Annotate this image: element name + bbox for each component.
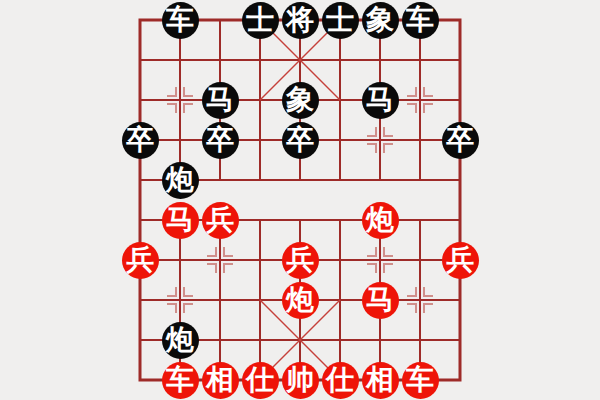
piece-red-cannon[interactable]: 炮 (282, 282, 319, 319)
piece-red-horse[interactable]: 马 (162, 202, 199, 239)
xiangqi-diagram: 车士将士象车马象马卒卒卒卒炮马兵炮兵兵兵炮马炮车相仕帅仕相车 (0, 0, 600, 400)
piece-red-soldier[interactable]: 兵 (202, 202, 239, 239)
piece-black-soldier[interactable]: 卒 (202, 122, 239, 159)
piece-red-cannon[interactable]: 炮 (362, 202, 399, 239)
piece-red-advisor[interactable]: 仕 (242, 362, 279, 399)
piece-black-soldier[interactable]: 卒 (282, 122, 319, 159)
piece-red-elephant[interactable]: 相 (202, 362, 239, 399)
piece-black-cannon[interactable]: 炮 (162, 322, 199, 359)
piece-red-soldier[interactable]: 兵 (442, 242, 479, 279)
piece-red-chariot[interactable]: 车 (402, 362, 439, 399)
xiangqi-board[interactable]: 车士将士象车马象马卒卒卒卒炮马兵炮兵兵兵炮马炮车相仕帅仕相车 (120, 0, 480, 400)
piece-black-horse[interactable]: 马 (202, 82, 239, 119)
piece-red-elephant[interactable]: 相 (362, 362, 399, 399)
piece-black-cannon[interactable]: 炮 (162, 162, 199, 199)
piece-red-horse[interactable]: 马 (362, 282, 399, 319)
piece-red-soldier[interactable]: 兵 (122, 242, 159, 279)
piece-red-advisor[interactable]: 仕 (322, 362, 359, 399)
piece-red-general[interactable]: 帅 (282, 362, 319, 399)
piece-black-soldier[interactable]: 卒 (442, 122, 479, 159)
piece-black-advisor[interactable]: 士 (322, 2, 359, 39)
piece-black-soldier[interactable]: 卒 (122, 122, 159, 159)
piece-black-elephant[interactable]: 象 (282, 82, 319, 119)
piece-red-chariot[interactable]: 车 (162, 362, 199, 399)
piece-black-chariot[interactable]: 车 (162, 2, 199, 39)
piece-black-chariot[interactable]: 车 (402, 2, 439, 39)
piece-black-elephant[interactable]: 象 (362, 2, 399, 39)
piece-black-horse[interactable]: 马 (362, 82, 399, 119)
piece-black-advisor[interactable]: 士 (242, 2, 279, 39)
piece-red-soldier[interactable]: 兵 (282, 242, 319, 279)
piece-black-general[interactable]: 将 (282, 2, 319, 39)
